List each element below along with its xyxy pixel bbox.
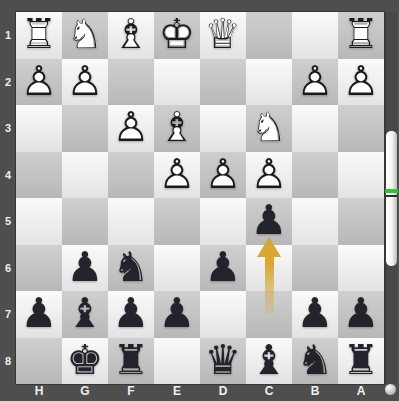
square-c3[interactable]: ♞♘ <box>246 105 292 152</box>
square-e1[interactable]: ♚♔ <box>154 12 200 59</box>
piece-glyph: ♟ <box>67 246 104 287</box>
piece-white-pawn[interactable]: ♟♙ <box>338 59 384 106</box>
square-b3[interactable] <box>292 105 338 152</box>
square-a4[interactable] <box>338 152 384 199</box>
square-e8[interactable] <box>154 338 200 385</box>
square-b1[interactable] <box>292 12 338 59</box>
file-labels: HGFEDCBA <box>16 384 384 401</box>
piece-glyph: ♟ <box>297 293 334 334</box>
square-g2[interactable]: ♟♙ <box>62 59 108 106</box>
piece-white-queen[interactable]: ♛♕ <box>200 12 246 59</box>
piece-glyph: ♟ <box>21 293 58 334</box>
piece-white-pawn[interactable]: ♟♙ <box>292 59 338 106</box>
square-c5[interactable]: ♟ <box>246 198 292 245</box>
rank-label-7: 7 <box>0 291 16 338</box>
square-f5[interactable] <box>108 198 154 245</box>
rank-label-4: 4 <box>0 152 16 199</box>
square-g7[interactable]: ♝ <box>62 291 108 338</box>
piece-outline-layer: ♔ <box>159 14 196 55</box>
piece-white-bishop[interactable]: ♝♗ <box>108 12 154 59</box>
square-a6[interactable] <box>338 245 384 292</box>
piece-black-pawn[interactable]: ♟ <box>16 291 62 338</box>
piece-outline-layer: ♙ <box>297 60 334 101</box>
square-g3[interactable] <box>62 105 108 152</box>
scrollbar-dark-line <box>386 195 397 197</box>
piece-glyph: ♜ <box>343 339 380 380</box>
piece-black-rook[interactable]: ♜ <box>338 338 384 385</box>
file-label-b: B <box>292 384 338 401</box>
piece-outline-layer: ♙ <box>113 107 150 148</box>
piece-black-knight[interactable]: ♞ <box>292 338 338 385</box>
piece-glyph: ♞ <box>113 246 150 287</box>
piece-white-pawn[interactable]: ♟♙ <box>246 152 292 199</box>
square-c1[interactable] <box>246 12 292 59</box>
piece-outline-layer: ♙ <box>343 60 380 101</box>
square-c2[interactable] <box>246 59 292 106</box>
square-e7[interactable]: ♟ <box>154 291 200 338</box>
piece-black-knight[interactable]: ♞ <box>108 245 154 292</box>
rank-label-5: 5 <box>0 198 16 245</box>
square-h4[interactable] <box>16 152 62 199</box>
square-a2[interactable]: ♟♙ <box>338 59 384 106</box>
square-e5[interactable] <box>154 198 200 245</box>
file-label-c: C <box>246 384 292 401</box>
square-c7[interactable] <box>246 291 292 338</box>
rank-label-8: 8 <box>0 338 16 385</box>
scrollbar-green-marker <box>385 189 398 193</box>
square-d5[interactable] <box>200 198 246 245</box>
piece-glyph: ♟ <box>251 200 288 241</box>
square-h8[interactable] <box>16 338 62 385</box>
piece-white-rook[interactable]: ♜♖ <box>338 12 384 59</box>
file-label-d: D <box>200 384 246 401</box>
square-c8[interactable]: ♝ <box>246 338 292 385</box>
square-c4[interactable]: ♟♙ <box>246 152 292 199</box>
square-e2[interactable] <box>154 59 200 106</box>
file-label-a: A <box>338 384 384 401</box>
square-b7[interactable]: ♟ <box>292 291 338 338</box>
square-d8[interactable]: ♛ <box>200 338 246 385</box>
square-d1[interactable]: ♛♕ <box>200 12 246 59</box>
square-g4[interactable] <box>62 152 108 199</box>
piece-white-pawn[interactable]: ♟♙ <box>62 59 108 106</box>
rank-label-2: 2 <box>0 59 16 106</box>
piece-white-pawn[interactable]: ♟♙ <box>108 105 154 152</box>
piece-outline-layer: ♘ <box>251 107 288 148</box>
piece-outline-layer: ♕ <box>205 14 242 55</box>
piece-glyph: ♚ <box>67 339 104 380</box>
square-g1[interactable]: ♞♘ <box>62 12 108 59</box>
piece-black-bishop[interactable]: ♝ <box>246 338 292 385</box>
piece-black-king[interactable]: ♚ <box>62 338 108 385</box>
piece-black-pawn[interactable]: ♟ <box>200 245 246 292</box>
square-b6[interactable] <box>292 245 338 292</box>
square-f7[interactable]: ♟ <box>108 291 154 338</box>
square-d6[interactable]: ♟ <box>200 245 246 292</box>
square-a3[interactable] <box>338 105 384 152</box>
piece-glyph: ♜ <box>113 339 150 380</box>
chess-board: ♜♖♞♘♝♗♚♔♛♕♜♖♟♙♟♙♟♙♟♙♟♙♝♗♞♘♟♙♟♙♟♙♟♟♞♟♟♝♟♟… <box>16 12 384 384</box>
square-f4[interactable] <box>108 152 154 199</box>
piece-glyph: ♝ <box>251 339 288 380</box>
piece-white-king[interactable]: ♚♔ <box>154 12 200 59</box>
file-label-f: F <box>108 384 154 401</box>
piece-outline-layer: ♘ <box>67 14 104 55</box>
square-b4[interactable] <box>292 152 338 199</box>
square-c6[interactable] <box>246 245 292 292</box>
piece-white-pawn[interactable]: ♟♙ <box>200 152 246 199</box>
square-b5[interactable] <box>292 198 338 245</box>
piece-outline-layer: ♙ <box>205 153 242 194</box>
chess-app-window: 12345678 ♜♖♞♘♝♗♚♔♛♕♜♖♟♙♟♙♟♙♟♙♟♙♝♗♞♘♟♙♟♙♟… <box>0 0 399 401</box>
piece-glyph: ♟ <box>205 246 242 287</box>
piece-outline-layer: ♙ <box>21 60 58 101</box>
square-a5[interactable] <box>338 198 384 245</box>
square-a1[interactable]: ♜♖ <box>338 12 384 59</box>
piece-outline-layer: ♗ <box>159 107 196 148</box>
square-b8[interactable]: ♞ <box>292 338 338 385</box>
piece-white-knight[interactable]: ♞♘ <box>246 105 292 152</box>
square-g8[interactable]: ♚ <box>62 338 108 385</box>
square-h1[interactable]: ♜♖ <box>16 12 62 59</box>
piece-black-pawn[interactable]: ♟ <box>338 291 384 338</box>
square-d3[interactable] <box>200 105 246 152</box>
square-e6[interactable] <box>154 245 200 292</box>
square-d2[interactable] <box>200 59 246 106</box>
piece-outline-layer: ♙ <box>251 153 288 194</box>
square-g6[interactable]: ♟ <box>62 245 108 292</box>
square-h7[interactable]: ♟ <box>16 291 62 338</box>
square-h3[interactable] <box>16 105 62 152</box>
piece-black-pawn[interactable]: ♟ <box>108 291 154 338</box>
piece-black-pawn[interactable]: ♟ <box>292 291 338 338</box>
piece-glyph: ♟ <box>343 293 380 334</box>
square-f6[interactable]: ♞ <box>108 245 154 292</box>
piece-glyph: ♛ <box>205 339 242 380</box>
piece-black-pawn[interactable]: ♟ <box>62 245 108 292</box>
piece-black-pawn[interactable]: ♟ <box>154 291 200 338</box>
piece-white-bishop[interactable]: ♝♗ <box>154 105 200 152</box>
file-label-e: E <box>154 384 200 401</box>
file-label-h: H <box>16 384 62 401</box>
rank-label-3: 3 <box>0 105 16 152</box>
piece-white-rook[interactable]: ♜♖ <box>16 12 62 59</box>
rank-labels: 12345678 <box>0 12 16 384</box>
square-b2[interactable]: ♟♙ <box>292 59 338 106</box>
square-d4[interactable]: ♟♙ <box>200 152 246 199</box>
piece-glyph: ♟ <box>113 293 150 334</box>
square-h5[interactable] <box>16 198 62 245</box>
piece-glyph: ♝ <box>67 293 104 334</box>
piece-black-pawn[interactable]: ♟ <box>246 198 292 245</box>
square-f8[interactable]: ♜ <box>108 338 154 385</box>
piece-glyph: ♟ <box>159 293 196 334</box>
piece-outline-layer: ♗ <box>113 14 150 55</box>
piece-white-pawn[interactable]: ♟♙ <box>16 59 62 106</box>
piece-black-queen[interactable]: ♛ <box>200 338 246 385</box>
file-label-g: G <box>62 384 108 401</box>
square-e4[interactable]: ♟♙ <box>154 152 200 199</box>
rank-label-6: 6 <box>0 245 16 292</box>
piece-white-knight[interactable]: ♞♘ <box>62 12 108 59</box>
square-h2[interactable]: ♟♙ <box>16 59 62 106</box>
square-a7[interactable]: ♟ <box>338 291 384 338</box>
square-f2[interactable] <box>108 59 154 106</box>
piece-outline-layer: ♖ <box>343 14 380 55</box>
square-h6[interactable] <box>16 245 62 292</box>
piece-black-rook[interactable]: ♜ <box>108 338 154 385</box>
corner-ball-icon <box>385 384 396 395</box>
square-e3[interactable]: ♝♗ <box>154 105 200 152</box>
square-f3[interactable]: ♟♙ <box>108 105 154 152</box>
piece-outline-layer: ♖ <box>21 14 58 55</box>
piece-black-bishop[interactable]: ♝ <box>62 291 108 338</box>
square-f1[interactable]: ♝♗ <box>108 12 154 59</box>
square-d7[interactable] <box>200 291 246 338</box>
square-g5[interactable] <box>62 198 108 245</box>
scrollbar-thumb[interactable] <box>386 131 397 266</box>
rank-label-1: 1 <box>0 12 16 59</box>
piece-glyph: ♞ <box>297 339 334 380</box>
piece-outline-layer: ♙ <box>159 153 196 194</box>
piece-white-pawn[interactable]: ♟♙ <box>154 152 200 199</box>
piece-outline-layer: ♙ <box>67 60 104 101</box>
square-a8[interactable]: ♜ <box>338 338 384 385</box>
